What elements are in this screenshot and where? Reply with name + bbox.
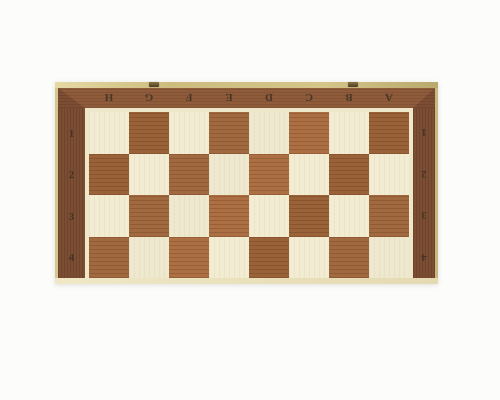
board-right-edge — [435, 88, 438, 278]
square-c1[interactable] — [289, 112, 329, 154]
square-g3[interactable] — [129, 195, 169, 237]
rank-labels-right: 1234 — [413, 112, 435, 278]
square-d4[interactable] — [249, 237, 289, 279]
square-b3[interactable] — [329, 195, 369, 237]
square-g4[interactable] — [129, 237, 169, 279]
rank-label: 4 — [413, 237, 435, 279]
square-c3[interactable] — [289, 195, 329, 237]
file-label: D — [249, 88, 289, 108]
square-b1[interactable] — [329, 112, 369, 154]
square-g1[interactable] — [129, 112, 169, 154]
rank-label: 3 — [413, 195, 435, 237]
square-a1[interactable] — [369, 112, 409, 154]
rank-label: 2 — [413, 154, 435, 196]
square-f2[interactable] — [169, 154, 209, 196]
square-f3[interactable] — [169, 195, 209, 237]
square-a4[interactable] — [369, 237, 409, 279]
file-label: A — [369, 88, 409, 108]
playing-area — [85, 108, 413, 278]
file-label: H — [89, 88, 129, 108]
square-a3[interactable] — [369, 195, 409, 237]
square-e2[interactable] — [209, 154, 249, 196]
square-h3[interactable] — [89, 195, 129, 237]
square-e3[interactable] — [209, 195, 249, 237]
rank-label: 1 — [58, 112, 85, 154]
file-labels: HGFEDCBA — [89, 88, 409, 108]
hinge-icon — [348, 82, 358, 87]
rank-label: 4 — [58, 237, 85, 279]
board-fold-edge — [55, 278, 438, 284]
rank-label: 2 — [58, 154, 85, 196]
rank-labels-left: 1234 — [58, 112, 85, 278]
rank-label: 3 — [58, 195, 85, 237]
chessboard: HGFEDCBA 1234 1234 — [55, 82, 438, 284]
square-f1[interactable] — [169, 112, 209, 154]
square-c2[interactable] — [289, 154, 329, 196]
square-h2[interactable] — [89, 154, 129, 196]
square-e1[interactable] — [209, 112, 249, 154]
square-c4[interactable] — [289, 237, 329, 279]
hinge-icon — [149, 82, 159, 87]
file-label: E — [209, 88, 249, 108]
square-h4[interactable] — [89, 237, 129, 279]
square-d1[interactable] — [249, 112, 289, 154]
square-e4[interactable] — [209, 237, 249, 279]
file-label: F — [169, 88, 209, 108]
photo-background: HGFEDCBA 1234 1234 — [0, 0, 500, 400]
file-label: C — [289, 88, 329, 108]
square-d3[interactable] — [249, 195, 289, 237]
square-d2[interactable] — [249, 154, 289, 196]
square-g2[interactable] — [129, 154, 169, 196]
square-b2[interactable] — [329, 154, 369, 196]
square-a2[interactable] — [369, 154, 409, 196]
file-label: G — [129, 88, 169, 108]
rank-label: 1 — [413, 112, 435, 154]
square-h1[interactable] — [89, 112, 129, 154]
file-label: B — [329, 88, 369, 108]
square-b4[interactable] — [329, 237, 369, 279]
square-f4[interactable] — [169, 237, 209, 279]
